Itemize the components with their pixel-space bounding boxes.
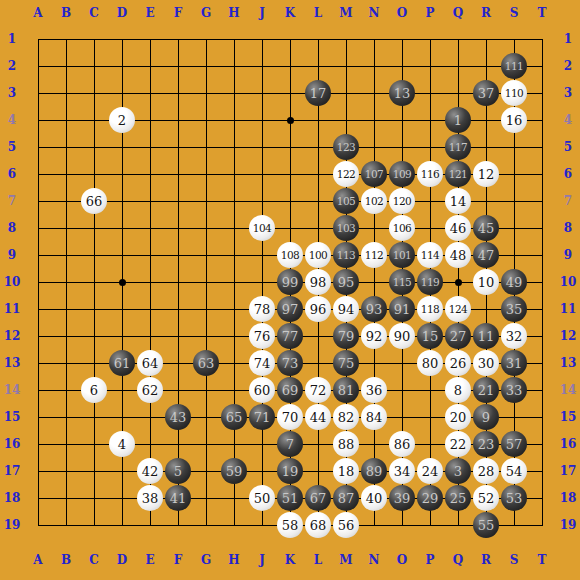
intersection-F3[interactable] xyxy=(164,80,192,107)
intersection-A16[interactable] xyxy=(24,431,52,458)
intersection-M19[interactable]: 56 xyxy=(332,512,360,539)
intersection-C15[interactable] xyxy=(80,404,108,431)
intersection-Q9[interactable]: 48 xyxy=(444,242,472,269)
intersection-F14[interactable] xyxy=(164,377,192,404)
intersection-B10[interactable] xyxy=(52,269,80,296)
intersection-R5[interactable] xyxy=(472,134,500,161)
intersection-T9[interactable] xyxy=(528,242,556,269)
intersection-N16[interactable] xyxy=(360,431,388,458)
intersection-C16[interactable] xyxy=(80,431,108,458)
intersection-O3[interactable]: 13 xyxy=(388,80,416,107)
intersection-S12[interactable]: 32 xyxy=(500,323,528,350)
intersection-D8[interactable] xyxy=(108,215,136,242)
intersection-H18[interactable] xyxy=(220,485,248,512)
intersection-Q11[interactable]: 124 xyxy=(444,296,472,323)
intersection-Q17[interactable]: 3 xyxy=(444,458,472,485)
intersection-B19[interactable] xyxy=(52,512,80,539)
intersection-N12[interactable]: 92 xyxy=(360,323,388,350)
intersection-E9[interactable] xyxy=(136,242,164,269)
intersection-M6[interactable]: 122 xyxy=(332,161,360,188)
intersection-K6[interactable] xyxy=(276,161,304,188)
intersection-G13[interactable]: 63 xyxy=(192,350,220,377)
intersection-H17[interactable]: 59 xyxy=(220,458,248,485)
intersection-E14[interactable]: 62 xyxy=(136,377,164,404)
intersection-R17[interactable]: 28 xyxy=(472,458,500,485)
intersection-D7[interactable] xyxy=(108,188,136,215)
intersection-M18[interactable]: 87 xyxy=(332,485,360,512)
intersection-P11[interactable]: 118 xyxy=(416,296,444,323)
intersection-K10[interactable]: 99 xyxy=(276,269,304,296)
intersection-C5[interactable] xyxy=(80,134,108,161)
intersection-P12[interactable]: 15 xyxy=(416,323,444,350)
intersection-E8[interactable] xyxy=(136,215,164,242)
intersection-D5[interactable] xyxy=(108,134,136,161)
intersection-Q10[interactable] xyxy=(444,269,472,296)
intersection-T1[interactable] xyxy=(528,26,556,53)
intersection-F15[interactable]: 43 xyxy=(164,404,192,431)
intersection-K13[interactable]: 73 xyxy=(276,350,304,377)
intersection-C11[interactable] xyxy=(80,296,108,323)
intersection-S5[interactable] xyxy=(500,134,528,161)
intersection-M12[interactable]: 79 xyxy=(332,323,360,350)
intersection-C13[interactable] xyxy=(80,350,108,377)
intersection-B14[interactable] xyxy=(52,377,80,404)
intersection-A18[interactable] xyxy=(24,485,52,512)
intersection-G14[interactable] xyxy=(192,377,220,404)
intersection-G12[interactable] xyxy=(192,323,220,350)
intersection-K14[interactable]: 69 xyxy=(276,377,304,404)
intersection-F5[interactable] xyxy=(164,134,192,161)
intersection-P7[interactable] xyxy=(416,188,444,215)
intersection-J11[interactable]: 78 xyxy=(248,296,276,323)
intersection-T16[interactable] xyxy=(528,431,556,458)
intersection-R6[interactable]: 12 xyxy=(472,161,500,188)
intersection-K3[interactable] xyxy=(276,80,304,107)
intersection-K9[interactable]: 108 xyxy=(276,242,304,269)
intersection-T13[interactable] xyxy=(528,350,556,377)
intersection-T11[interactable] xyxy=(528,296,556,323)
intersection-P6[interactable]: 116 xyxy=(416,161,444,188)
intersection-R15[interactable]: 9 xyxy=(472,404,500,431)
intersection-T12[interactable] xyxy=(528,323,556,350)
intersection-P5[interactable] xyxy=(416,134,444,161)
intersection-D18[interactable] xyxy=(108,485,136,512)
intersection-H8[interactable] xyxy=(220,215,248,242)
intersection-O15[interactable] xyxy=(388,404,416,431)
intersection-G18[interactable] xyxy=(192,485,220,512)
intersection-P8[interactable] xyxy=(416,215,444,242)
intersection-N15[interactable]: 84 xyxy=(360,404,388,431)
intersection-O12[interactable]: 90 xyxy=(388,323,416,350)
intersection-D3[interactable] xyxy=(108,80,136,107)
intersection-D14[interactable] xyxy=(108,377,136,404)
intersection-R14[interactable]: 21 xyxy=(472,377,500,404)
intersection-G2[interactable] xyxy=(192,53,220,80)
intersection-S1[interactable] xyxy=(500,26,528,53)
intersection-P13[interactable]: 80 xyxy=(416,350,444,377)
intersection-P18[interactable]: 29 xyxy=(416,485,444,512)
intersection-A12[interactable] xyxy=(24,323,52,350)
intersection-K18[interactable]: 51 xyxy=(276,485,304,512)
intersection-O17[interactable]: 34 xyxy=(388,458,416,485)
intersection-B3[interactable] xyxy=(52,80,80,107)
intersection-F12[interactable] xyxy=(164,323,192,350)
intersection-O16[interactable]: 86 xyxy=(388,431,416,458)
intersection-H16[interactable] xyxy=(220,431,248,458)
intersection-R18[interactable]: 52 xyxy=(472,485,500,512)
intersection-C14[interactable]: 6 xyxy=(80,377,108,404)
intersection-T3[interactable] xyxy=(528,80,556,107)
intersection-S16[interactable]: 57 xyxy=(500,431,528,458)
intersection-E7[interactable] xyxy=(136,188,164,215)
intersection-K5[interactable] xyxy=(276,134,304,161)
intersection-E1[interactable] xyxy=(136,26,164,53)
intersection-O4[interactable] xyxy=(388,107,416,134)
intersection-P16[interactable] xyxy=(416,431,444,458)
intersection-E15[interactable] xyxy=(136,404,164,431)
intersection-D2[interactable] xyxy=(108,53,136,80)
intersection-R9[interactable]: 47 xyxy=(472,242,500,269)
intersection-B13[interactable] xyxy=(52,350,80,377)
intersection-M13[interactable]: 75 xyxy=(332,350,360,377)
intersection-S10[interactable]: 49 xyxy=(500,269,528,296)
intersection-E12[interactable] xyxy=(136,323,164,350)
intersection-R12[interactable]: 11 xyxy=(472,323,500,350)
intersection-G1[interactable] xyxy=(192,26,220,53)
intersection-E5[interactable] xyxy=(136,134,164,161)
intersection-Q14[interactable]: 8 xyxy=(444,377,472,404)
intersection-Q13[interactable]: 26 xyxy=(444,350,472,377)
intersection-L5[interactable] xyxy=(304,134,332,161)
intersection-O5[interactable] xyxy=(388,134,416,161)
intersection-D1[interactable] xyxy=(108,26,136,53)
intersection-N13[interactable] xyxy=(360,350,388,377)
intersection-C12[interactable] xyxy=(80,323,108,350)
intersection-E10[interactable] xyxy=(136,269,164,296)
intersection-L19[interactable]: 68 xyxy=(304,512,332,539)
intersection-L12[interactable] xyxy=(304,323,332,350)
intersection-K12[interactable]: 77 xyxy=(276,323,304,350)
intersection-J13[interactable]: 74 xyxy=(248,350,276,377)
intersection-Q2[interactable] xyxy=(444,53,472,80)
intersection-H11[interactable] xyxy=(220,296,248,323)
intersection-O19[interactable] xyxy=(388,512,416,539)
intersection-J1[interactable] xyxy=(248,26,276,53)
intersection-C17[interactable] xyxy=(80,458,108,485)
intersection-M7[interactable]: 105 xyxy=(332,188,360,215)
intersection-B6[interactable] xyxy=(52,161,80,188)
intersection-R8[interactable]: 45 xyxy=(472,215,500,242)
intersection-D10[interactable] xyxy=(108,269,136,296)
intersection-K16[interactable]: 7 xyxy=(276,431,304,458)
intersection-B9[interactable] xyxy=(52,242,80,269)
intersection-F6[interactable] xyxy=(164,161,192,188)
intersection-H13[interactable] xyxy=(220,350,248,377)
intersection-E16[interactable] xyxy=(136,431,164,458)
intersection-L4[interactable] xyxy=(304,107,332,134)
intersection-S7[interactable] xyxy=(500,188,528,215)
intersection-B8[interactable] xyxy=(52,215,80,242)
intersection-T17[interactable] xyxy=(528,458,556,485)
intersection-G5[interactable] xyxy=(192,134,220,161)
intersection-M11[interactable]: 94 xyxy=(332,296,360,323)
intersection-C9[interactable] xyxy=(80,242,108,269)
intersection-Q4[interactable]: 1 xyxy=(444,107,472,134)
intersection-S19[interactable] xyxy=(500,512,528,539)
intersection-A14[interactable] xyxy=(24,377,52,404)
intersection-J14[interactable]: 60 xyxy=(248,377,276,404)
intersection-L18[interactable]: 67 xyxy=(304,485,332,512)
intersection-K1[interactable] xyxy=(276,26,304,53)
intersection-S9[interactable] xyxy=(500,242,528,269)
intersection-C3[interactable] xyxy=(80,80,108,107)
intersection-A1[interactable] xyxy=(24,26,52,53)
intersection-O10[interactable]: 115 xyxy=(388,269,416,296)
intersection-P10[interactable]: 119 xyxy=(416,269,444,296)
intersection-B1[interactable] xyxy=(52,26,80,53)
intersection-O7[interactable]: 120 xyxy=(388,188,416,215)
intersection-H5[interactable] xyxy=(220,134,248,161)
intersection-K11[interactable]: 97 xyxy=(276,296,304,323)
intersection-F11[interactable] xyxy=(164,296,192,323)
intersection-Q16[interactable]: 22 xyxy=(444,431,472,458)
intersection-T14[interactable] xyxy=(528,377,556,404)
intersection-K15[interactable]: 70 xyxy=(276,404,304,431)
intersection-J4[interactable] xyxy=(248,107,276,134)
intersection-T6[interactable] xyxy=(528,161,556,188)
intersection-D11[interactable] xyxy=(108,296,136,323)
intersection-G6[interactable] xyxy=(192,161,220,188)
intersection-H3[interactable] xyxy=(220,80,248,107)
intersection-S4[interactable]: 16 xyxy=(500,107,528,134)
intersection-Q15[interactable]: 20 xyxy=(444,404,472,431)
intersection-M8[interactable]: 103 xyxy=(332,215,360,242)
intersection-F7[interactable] xyxy=(164,188,192,215)
intersection-L10[interactable]: 98 xyxy=(304,269,332,296)
intersection-T15[interactable] xyxy=(528,404,556,431)
intersection-L13[interactable] xyxy=(304,350,332,377)
intersection-P15[interactable] xyxy=(416,404,444,431)
intersection-L14[interactable]: 72 xyxy=(304,377,332,404)
intersection-B5[interactable] xyxy=(52,134,80,161)
intersection-T7[interactable] xyxy=(528,188,556,215)
intersection-J12[interactable]: 76 xyxy=(248,323,276,350)
intersection-E11[interactable] xyxy=(136,296,164,323)
intersection-F19[interactable] xyxy=(164,512,192,539)
intersection-J16[interactable] xyxy=(248,431,276,458)
intersection-P9[interactable]: 114 xyxy=(416,242,444,269)
intersection-K17[interactable]: 19 xyxy=(276,458,304,485)
intersection-G15[interactable] xyxy=(192,404,220,431)
intersection-Q5[interactable]: 117 xyxy=(444,134,472,161)
intersection-B4[interactable] xyxy=(52,107,80,134)
intersection-H9[interactable] xyxy=(220,242,248,269)
intersection-H12[interactable] xyxy=(220,323,248,350)
intersection-O2[interactable] xyxy=(388,53,416,80)
intersection-A3[interactable] xyxy=(24,80,52,107)
intersection-N10[interactable] xyxy=(360,269,388,296)
intersection-G11[interactable] xyxy=(192,296,220,323)
intersection-C18[interactable] xyxy=(80,485,108,512)
intersection-A11[interactable] xyxy=(24,296,52,323)
intersection-J9[interactable] xyxy=(248,242,276,269)
intersection-P4[interactable] xyxy=(416,107,444,134)
intersection-T2[interactable] xyxy=(528,53,556,80)
intersection-O11[interactable]: 91 xyxy=(388,296,416,323)
intersection-M9[interactable]: 113 xyxy=(332,242,360,269)
intersection-A7[interactable] xyxy=(24,188,52,215)
intersection-C1[interactable] xyxy=(80,26,108,53)
intersection-F16[interactable] xyxy=(164,431,192,458)
intersection-J17[interactable] xyxy=(248,458,276,485)
intersection-A5[interactable] xyxy=(24,134,52,161)
intersection-N1[interactable] xyxy=(360,26,388,53)
intersection-J15[interactable]: 71 xyxy=(248,404,276,431)
intersection-Q3[interactable] xyxy=(444,80,472,107)
intersection-F10[interactable] xyxy=(164,269,192,296)
intersection-M17[interactable]: 18 xyxy=(332,458,360,485)
intersection-F18[interactable]: 41 xyxy=(164,485,192,512)
intersection-N17[interactable]: 89 xyxy=(360,458,388,485)
intersection-L17[interactable] xyxy=(304,458,332,485)
intersection-M3[interactable] xyxy=(332,80,360,107)
intersection-Q12[interactable]: 27 xyxy=(444,323,472,350)
intersection-C6[interactable] xyxy=(80,161,108,188)
intersection-M16[interactable]: 88 xyxy=(332,431,360,458)
intersection-F4[interactable] xyxy=(164,107,192,134)
intersection-A10[interactable] xyxy=(24,269,52,296)
intersection-D9[interactable] xyxy=(108,242,136,269)
intersection-R3[interactable]: 37 xyxy=(472,80,500,107)
intersection-M4[interactable] xyxy=(332,107,360,134)
intersection-K19[interactable]: 58 xyxy=(276,512,304,539)
intersection-G8[interactable] xyxy=(192,215,220,242)
intersection-S11[interactable]: 35 xyxy=(500,296,528,323)
intersection-P2[interactable] xyxy=(416,53,444,80)
intersection-S6[interactable] xyxy=(500,161,528,188)
intersection-O1[interactable] xyxy=(388,26,416,53)
intersection-D16[interactable]: 4 xyxy=(108,431,136,458)
intersection-S18[interactable]: 53 xyxy=(500,485,528,512)
intersection-G17[interactable] xyxy=(192,458,220,485)
intersection-H6[interactable] xyxy=(220,161,248,188)
intersection-T4[interactable] xyxy=(528,107,556,134)
intersection-R10[interactable]: 10 xyxy=(472,269,500,296)
intersection-R2[interactable] xyxy=(472,53,500,80)
intersection-J7[interactable] xyxy=(248,188,276,215)
intersection-H14[interactable] xyxy=(220,377,248,404)
intersection-F9[interactable] xyxy=(164,242,192,269)
intersection-T18[interactable] xyxy=(528,485,556,512)
intersection-T19[interactable] xyxy=(528,512,556,539)
intersection-A2[interactable] xyxy=(24,53,52,80)
intersection-E19[interactable] xyxy=(136,512,164,539)
intersection-A6[interactable] xyxy=(24,161,52,188)
intersection-L8[interactable] xyxy=(304,215,332,242)
intersection-E18[interactable]: 38 xyxy=(136,485,164,512)
intersection-E4[interactable] xyxy=(136,107,164,134)
intersection-K7[interactable] xyxy=(276,188,304,215)
intersection-A8[interactable] xyxy=(24,215,52,242)
intersection-C4[interactable] xyxy=(80,107,108,134)
intersection-H4[interactable] xyxy=(220,107,248,134)
intersection-J5[interactable] xyxy=(248,134,276,161)
intersection-E13[interactable]: 64 xyxy=(136,350,164,377)
intersection-Q7[interactable]: 14 xyxy=(444,188,472,215)
intersection-N2[interactable] xyxy=(360,53,388,80)
intersection-O18[interactable]: 39 xyxy=(388,485,416,512)
intersection-J6[interactable] xyxy=(248,161,276,188)
intersection-D15[interactable] xyxy=(108,404,136,431)
intersection-S8[interactable] xyxy=(500,215,528,242)
intersection-N8[interactable] xyxy=(360,215,388,242)
intersection-L16[interactable] xyxy=(304,431,332,458)
intersection-K4[interactable] xyxy=(276,107,304,134)
intersection-B17[interactable] xyxy=(52,458,80,485)
intersection-N4[interactable] xyxy=(360,107,388,134)
intersection-M5[interactable]: 123 xyxy=(332,134,360,161)
intersection-B11[interactable] xyxy=(52,296,80,323)
intersection-M1[interactable] xyxy=(332,26,360,53)
intersection-O6[interactable]: 109 xyxy=(388,161,416,188)
intersection-T5[interactable] xyxy=(528,134,556,161)
intersection-J2[interactable] xyxy=(248,53,276,80)
intersection-H10[interactable] xyxy=(220,269,248,296)
intersection-E6[interactable] xyxy=(136,161,164,188)
intersection-T8[interactable] xyxy=(528,215,556,242)
intersection-E2[interactable] xyxy=(136,53,164,80)
intersection-S17[interactable]: 54 xyxy=(500,458,528,485)
intersection-O8[interactable]: 106 xyxy=(388,215,416,242)
intersection-P1[interactable] xyxy=(416,26,444,53)
intersection-N9[interactable]: 112 xyxy=(360,242,388,269)
intersection-B15[interactable] xyxy=(52,404,80,431)
intersection-A15[interactable] xyxy=(24,404,52,431)
intersection-B2[interactable] xyxy=(52,53,80,80)
intersection-G16[interactable] xyxy=(192,431,220,458)
intersection-P19[interactable] xyxy=(416,512,444,539)
intersection-N7[interactable]: 102 xyxy=(360,188,388,215)
intersection-Q19[interactable] xyxy=(444,512,472,539)
intersection-Q6[interactable]: 121 xyxy=(444,161,472,188)
intersection-E17[interactable]: 42 xyxy=(136,458,164,485)
intersection-Q1[interactable] xyxy=(444,26,472,53)
intersection-A17[interactable] xyxy=(24,458,52,485)
intersection-N18[interactable]: 40 xyxy=(360,485,388,512)
intersection-S3[interactable]: 110 xyxy=(500,80,528,107)
intersection-C19[interactable] xyxy=(80,512,108,539)
intersection-H7[interactable] xyxy=(220,188,248,215)
intersection-L3[interactable]: 17 xyxy=(304,80,332,107)
intersection-L1[interactable] xyxy=(304,26,332,53)
intersection-N5[interactable] xyxy=(360,134,388,161)
intersection-D17[interactable] xyxy=(108,458,136,485)
intersection-P17[interactable]: 24 xyxy=(416,458,444,485)
intersection-G10[interactable] xyxy=(192,269,220,296)
intersection-P3[interactable] xyxy=(416,80,444,107)
intersection-R11[interactable] xyxy=(472,296,500,323)
intersection-A19[interactable] xyxy=(24,512,52,539)
intersection-M15[interactable]: 82 xyxy=(332,404,360,431)
intersection-N3[interactable] xyxy=(360,80,388,107)
intersection-N6[interactable]: 107 xyxy=(360,161,388,188)
intersection-B18[interactable] xyxy=(52,485,80,512)
intersection-N19[interactable] xyxy=(360,512,388,539)
intersection-G3[interactable] xyxy=(192,80,220,107)
intersection-E3[interactable] xyxy=(136,80,164,107)
intersection-B16[interactable] xyxy=(52,431,80,458)
intersection-D19[interactable] xyxy=(108,512,136,539)
